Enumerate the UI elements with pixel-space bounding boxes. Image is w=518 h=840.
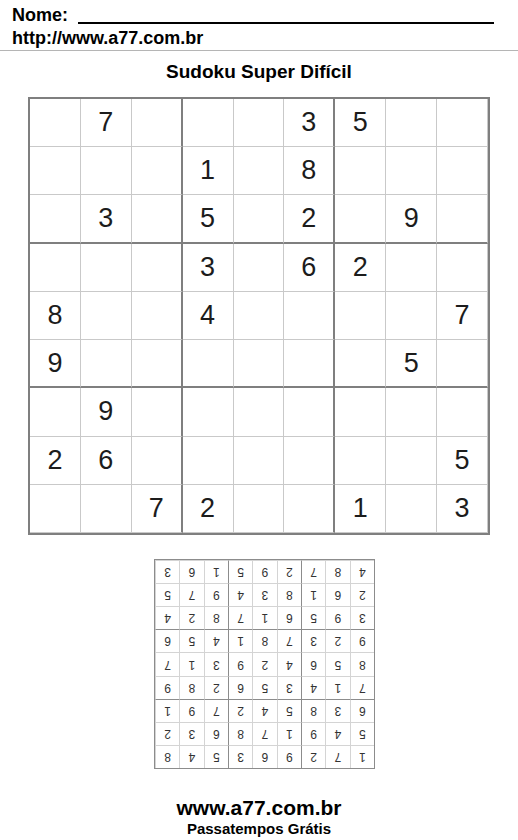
solution-cell-r6c2: 2 bbox=[325, 629, 349, 652]
solution-cell-r4c4: 3 bbox=[277, 676, 301, 699]
puzzle-cell-r5c3 bbox=[132, 292, 183, 340]
solution-cell-r7c2: 9 bbox=[325, 606, 349, 629]
puzzle-cell-r9c5 bbox=[234, 485, 285, 533]
puzzle-cell-r8c7 bbox=[335, 437, 386, 485]
puzzle-cell-r8c6 bbox=[284, 437, 335, 485]
solution-cell-r7c1: 3 bbox=[350, 606, 374, 629]
page-title: Sudoku Super Difícil bbox=[0, 61, 518, 83]
solution-cell-r4c5: 5 bbox=[252, 676, 276, 699]
puzzle-cell-r6c7 bbox=[335, 340, 386, 388]
solution-cell-r6c3: 3 bbox=[301, 629, 325, 652]
solution-cell-r2c1: 5 bbox=[350, 722, 374, 745]
puzzle-cell-r5c5 bbox=[234, 292, 285, 340]
puzzle-cell-r6c4 bbox=[183, 340, 234, 388]
puzzle-cell-r2c7 bbox=[335, 147, 386, 195]
solution-cell-r6c6: 1 bbox=[228, 629, 252, 652]
puzzle-cell-r1c8 bbox=[386, 99, 437, 147]
puzzle-cell-r6c6 bbox=[284, 340, 335, 388]
sudoku-puzzle-grid: 7351835293628479592657213 bbox=[28, 97, 490, 535]
puzzle-cell-r1c9 bbox=[437, 99, 488, 147]
puzzle-cell-r1c7: 5 bbox=[335, 99, 386, 147]
puzzle-cell-r8c4 bbox=[183, 437, 234, 485]
puzzle-cell-r8c1: 2 bbox=[30, 437, 81, 485]
solution-cell-r7c8: 2 bbox=[179, 606, 203, 629]
puzzle-cell-r7c9 bbox=[437, 388, 488, 436]
puzzle-cell-r7c8 bbox=[386, 388, 437, 436]
solution-cell-r5c9: 7 bbox=[155, 652, 179, 675]
site-url-text: http://www.a77.com.br bbox=[12, 28, 203, 49]
puzzle-cell-r6c1: 9 bbox=[30, 340, 81, 388]
solution-cell-r8c4: 8 bbox=[277, 583, 301, 606]
puzzle-cell-r4c4: 3 bbox=[183, 244, 234, 292]
puzzle-cell-r3c7 bbox=[335, 195, 386, 243]
name-blank-line bbox=[78, 2, 494, 24]
solution-cell-r6c8: 5 bbox=[179, 629, 203, 652]
solution-cell-r5c8: 1 bbox=[179, 652, 203, 675]
solution-cell-r2c2: 4 bbox=[325, 722, 349, 745]
puzzle-cell-r1c1 bbox=[30, 99, 81, 147]
solution-cell-r8c9: 5 bbox=[155, 583, 179, 606]
solution-cell-r3c8: 9 bbox=[179, 699, 203, 722]
solution-cell-r8c7: 9 bbox=[204, 583, 228, 606]
solution-cell-r3c2: 3 bbox=[325, 699, 349, 722]
puzzle-cell-r3c2: 3 bbox=[81, 195, 132, 243]
puzzle-cell-r3c8: 9 bbox=[386, 195, 437, 243]
solution-cell-r9c9: 3 bbox=[155, 560, 179, 583]
solution-cell-r9c3: 7 bbox=[301, 560, 325, 583]
solution-cell-r3c4: 5 bbox=[277, 699, 301, 722]
solution-cell-r3c1: 6 bbox=[350, 699, 374, 722]
puzzle-cell-r3c3 bbox=[132, 195, 183, 243]
solution-cell-r1c2: 7 bbox=[325, 745, 349, 768]
footer-tagline-text: Passatempos Grátis bbox=[0, 820, 518, 837]
solution-cell-r7c5: 1 bbox=[252, 606, 276, 629]
puzzle-cell-r5c6 bbox=[284, 292, 335, 340]
puzzle-cell-r1c3 bbox=[132, 99, 183, 147]
puzzle-cell-r6c9 bbox=[437, 340, 488, 388]
puzzle-cell-r8c2: 6 bbox=[81, 437, 132, 485]
puzzle-cell-r2c6: 8 bbox=[284, 147, 335, 195]
solution-cell-r1c6: 3 bbox=[228, 745, 252, 768]
puzzle-cell-r2c1 bbox=[30, 147, 81, 195]
solution-cell-r2c8: 3 bbox=[179, 722, 203, 745]
solution-cell-r3c5: 4 bbox=[252, 699, 276, 722]
solution-cell-r9c1: 4 bbox=[350, 560, 374, 583]
puzzle-cell-r5c4: 4 bbox=[183, 292, 234, 340]
name-label: Nome: bbox=[12, 5, 68, 26]
solution-cell-r5c7: 3 bbox=[204, 652, 228, 675]
puzzle-cell-r5c1: 8 bbox=[30, 292, 81, 340]
solution-cell-r8c2: 6 bbox=[325, 583, 349, 606]
puzzle-cell-r9c9: 3 bbox=[437, 485, 488, 533]
puzzle-cell-r2c5 bbox=[234, 147, 285, 195]
puzzle-cell-r2c9 bbox=[437, 147, 488, 195]
solution-cell-r4c9: 9 bbox=[155, 676, 179, 699]
solution-cell-r3c9: 1 bbox=[155, 699, 179, 722]
puzzle-cell-r7c3 bbox=[132, 388, 183, 436]
puzzle-cell-r1c2: 7 bbox=[81, 99, 132, 147]
sudoku-solution-grid-rotated: 1729635485491786326385427917143562898564… bbox=[154, 559, 375, 769]
puzzle-cell-r5c8 bbox=[386, 292, 437, 340]
solution-cell-r1c4: 9 bbox=[277, 745, 301, 768]
solution-cell-r9c4: 2 bbox=[277, 560, 301, 583]
solution-cell-r6c9: 6 bbox=[155, 629, 179, 652]
puzzle-cell-r8c5 bbox=[234, 437, 285, 485]
puzzle-cell-r4c3 bbox=[132, 244, 183, 292]
solution-cell-r3c3: 8 bbox=[301, 699, 325, 722]
puzzle-cell-r4c9 bbox=[437, 244, 488, 292]
puzzle-cell-r3c4: 5 bbox=[183, 195, 234, 243]
solution-cell-r2c5: 7 bbox=[252, 722, 276, 745]
puzzle-cell-r2c3 bbox=[132, 147, 183, 195]
solution-cell-r1c3: 2 bbox=[301, 745, 325, 768]
puzzle-cell-r6c5 bbox=[234, 340, 285, 388]
puzzle-cell-r6c2 bbox=[81, 340, 132, 388]
solution-cell-r6c5: 8 bbox=[252, 629, 276, 652]
solution-cell-r5c3: 6 bbox=[301, 652, 325, 675]
solution-cell-r6c7: 4 bbox=[204, 629, 228, 652]
puzzle-cell-r9c4: 2 bbox=[183, 485, 234, 533]
solution-cell-r5c4: 4 bbox=[277, 652, 301, 675]
solution-cell-r9c7: 1 bbox=[204, 560, 228, 583]
solution-cell-r4c7: 2 bbox=[204, 676, 228, 699]
puzzle-cell-r8c8 bbox=[386, 437, 437, 485]
solution-cell-r9c5: 9 bbox=[252, 560, 276, 583]
solution-cell-r2c7: 6 bbox=[204, 722, 228, 745]
puzzle-cell-r8c3 bbox=[132, 437, 183, 485]
puzzle-cell-r7c1 bbox=[30, 388, 81, 436]
puzzle-cell-r5c7 bbox=[335, 292, 386, 340]
solution-cell-r5c5: 2 bbox=[252, 652, 276, 675]
puzzle-cell-r4c6: 6 bbox=[284, 244, 335, 292]
solution-cell-r4c1: 7 bbox=[350, 676, 374, 699]
solution-cell-r7c9: 4 bbox=[155, 606, 179, 629]
solution-cell-r6c4: 7 bbox=[277, 629, 301, 652]
puzzle-cell-r7c6 bbox=[284, 388, 335, 436]
solution-cell-r3c6: 2 bbox=[228, 699, 252, 722]
puzzle-cell-r3c9 bbox=[437, 195, 488, 243]
puzzle-cell-r2c8 bbox=[386, 147, 437, 195]
solution-cell-r3c7: 7 bbox=[204, 699, 228, 722]
solution-cell-r8c6: 4 bbox=[228, 583, 252, 606]
solution-cell-r4c8: 8 bbox=[179, 676, 203, 699]
puzzle-cell-r1c4 bbox=[183, 99, 234, 147]
puzzle-cell-r4c7: 2 bbox=[335, 244, 386, 292]
solution-cell-r5c1: 8 bbox=[350, 652, 374, 675]
solution-cell-r7c7: 8 bbox=[204, 606, 228, 629]
puzzle-cell-r1c6: 3 bbox=[284, 99, 335, 147]
solution-cell-r8c8: 7 bbox=[179, 583, 203, 606]
solution-cell-r1c9: 8 bbox=[155, 745, 179, 768]
solution-cell-r7c3: 5 bbox=[301, 606, 325, 629]
header-divider bbox=[0, 50, 518, 51]
solution-cell-r1c7: 5 bbox=[204, 745, 228, 768]
footer-site-text: www.a77.com.br bbox=[0, 796, 518, 820]
solution-cell-r1c8: 4 bbox=[179, 745, 203, 768]
puzzle-cell-r3c1 bbox=[30, 195, 81, 243]
puzzle-cell-r8c9: 5 bbox=[437, 437, 488, 485]
puzzle-cell-r7c4 bbox=[183, 388, 234, 436]
solution-cell-r6c1: 9 bbox=[350, 629, 374, 652]
solution-cell-r1c5: 6 bbox=[252, 745, 276, 768]
puzzle-cell-r7c2: 9 bbox=[81, 388, 132, 436]
solution-cell-r8c1: 2 bbox=[350, 583, 374, 606]
puzzle-cell-r9c7: 1 bbox=[335, 485, 386, 533]
solution-cell-r5c6: 9 bbox=[228, 652, 252, 675]
solution-cell-r4c3: 4 bbox=[301, 676, 325, 699]
puzzle-cell-r7c5 bbox=[234, 388, 285, 436]
puzzle-cell-r9c8 bbox=[386, 485, 437, 533]
puzzle-cell-r9c3: 7 bbox=[132, 485, 183, 533]
puzzle-cell-r5c2 bbox=[81, 292, 132, 340]
puzzle-cell-r6c8: 5 bbox=[386, 340, 437, 388]
solution-cell-r5c2: 5 bbox=[325, 652, 349, 675]
solution-cell-r9c6: 5 bbox=[228, 560, 252, 583]
puzzle-cell-r2c4: 1 bbox=[183, 147, 234, 195]
puzzle-cell-r3c6: 2 bbox=[284, 195, 335, 243]
solution-cell-r7c6: 7 bbox=[228, 606, 252, 629]
solution-cell-r2c6: 8 bbox=[228, 722, 252, 745]
solution-cell-r8c5: 3 bbox=[252, 583, 276, 606]
solution-cell-r2c4: 1 bbox=[277, 722, 301, 745]
puzzle-cell-r4c2 bbox=[81, 244, 132, 292]
puzzle-cell-r3c5 bbox=[234, 195, 285, 243]
solution-cell-r7c4: 6 bbox=[277, 606, 301, 629]
solution-cell-r9c2: 8 bbox=[325, 560, 349, 583]
puzzle-cell-r1c5 bbox=[234, 99, 285, 147]
puzzle-cell-r5c9: 7 bbox=[437, 292, 488, 340]
puzzle-cell-r6c3 bbox=[132, 340, 183, 388]
solution-cell-r4c6: 6 bbox=[228, 676, 252, 699]
puzzle-cell-r2c2 bbox=[81, 147, 132, 195]
puzzle-cell-r9c2 bbox=[81, 485, 132, 533]
puzzle-cell-r4c5 bbox=[234, 244, 285, 292]
solution-cell-r2c9: 2 bbox=[155, 722, 179, 745]
solution-cell-r1c1: 1 bbox=[350, 745, 374, 768]
solution-cell-r2c3: 9 bbox=[301, 722, 325, 745]
puzzle-cell-r4c1 bbox=[30, 244, 81, 292]
puzzle-cell-r9c1 bbox=[30, 485, 81, 533]
puzzle-cell-r4c8 bbox=[386, 244, 437, 292]
puzzle-cell-r7c7 bbox=[335, 388, 386, 436]
solution-cell-r4c2: 1 bbox=[325, 676, 349, 699]
solution-cell-r8c3: 1 bbox=[301, 583, 325, 606]
puzzle-cell-r9c6 bbox=[284, 485, 335, 533]
solution-cell-r9c8: 6 bbox=[179, 560, 203, 583]
